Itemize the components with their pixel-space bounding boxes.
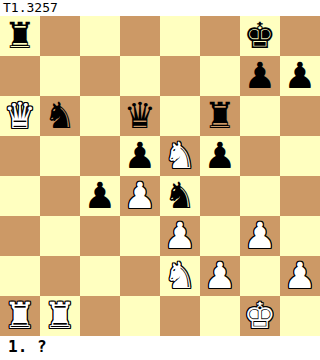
square-h1[interactable] — [280, 296, 320, 336]
square-c1[interactable] — [80, 296, 120, 336]
square-c4[interactable]: ♟ — [80, 176, 120, 216]
square-a7[interactable] — [0, 56, 40, 96]
square-g2[interactable] — [240, 256, 280, 296]
puzzle-title: T1.3257 — [0, 0, 320, 16]
square-f4[interactable] — [200, 176, 240, 216]
piece-white-rook: ♜ — [4, 296, 36, 336]
square-c2[interactable] — [80, 256, 120, 296]
move-prompt: 1. ? — [0, 336, 320, 360]
piece-white-king: ♚ — [244, 296, 276, 336]
square-e4[interactable]: ♞ — [160, 176, 200, 216]
piece-black-pawn: ♟ — [204, 136, 236, 176]
square-d1[interactable] — [120, 296, 160, 336]
square-g3[interactable]: ♟ — [240, 216, 280, 256]
square-h4[interactable] — [280, 176, 320, 216]
square-g7[interactable]: ♟ — [240, 56, 280, 96]
piece-white-pawn: ♟ — [124, 176, 156, 216]
piece-black-queen: ♛ — [124, 96, 156, 136]
square-d6[interactable]: ♛ — [120, 96, 160, 136]
piece-black-knight: ♞ — [44, 96, 76, 136]
square-a6[interactable]: ♛ — [0, 96, 40, 136]
square-f6[interactable]: ♜ — [200, 96, 240, 136]
square-g5[interactable] — [240, 136, 280, 176]
square-h8[interactable] — [280, 16, 320, 56]
square-a8[interactable]: ♜ — [0, 16, 40, 56]
square-f1[interactable] — [200, 296, 240, 336]
square-f2[interactable]: ♟ — [200, 256, 240, 296]
square-d2[interactable] — [120, 256, 160, 296]
square-d4[interactable]: ♟ — [120, 176, 160, 216]
square-g8[interactable]: ♚ — [240, 16, 280, 56]
square-e7[interactable] — [160, 56, 200, 96]
square-d8[interactable] — [120, 16, 160, 56]
square-e6[interactable] — [160, 96, 200, 136]
square-f5[interactable]: ♟ — [200, 136, 240, 176]
piece-white-queen: ♛ — [4, 96, 36, 136]
chess-puzzle-app: T1.3257 ♜♚♟♟♛♞♛♜♟♞♟♟♟♞♟♟♞♟♟♜♜♚ 1. ? — [0, 0, 320, 360]
square-e5[interactable]: ♞ — [160, 136, 200, 176]
square-a3[interactable] — [0, 216, 40, 256]
square-g4[interactable] — [240, 176, 280, 216]
piece-black-pawn: ♟ — [124, 136, 156, 176]
chess-board: ♜♚♟♟♛♞♛♜♟♞♟♟♟♞♟♟♞♟♟♜♜♚ — [0, 16, 320, 336]
square-g1[interactable]: ♚ — [240, 296, 280, 336]
piece-black-pawn: ♟ — [284, 56, 316, 96]
square-c7[interactable] — [80, 56, 120, 96]
piece-black-pawn: ♟ — [244, 56, 276, 96]
square-e8[interactable] — [160, 16, 200, 56]
square-d5[interactable]: ♟ — [120, 136, 160, 176]
piece-white-pawn: ♟ — [204, 256, 236, 296]
square-c5[interactable] — [80, 136, 120, 176]
square-h3[interactable] — [280, 216, 320, 256]
square-g6[interactable] — [240, 96, 280, 136]
piece-black-king: ♚ — [244, 16, 276, 56]
square-a1[interactable]: ♜ — [0, 296, 40, 336]
square-e1[interactable] — [160, 296, 200, 336]
piece-white-pawn: ♟ — [244, 216, 276, 256]
square-a4[interactable] — [0, 176, 40, 216]
piece-black-rook: ♜ — [4, 16, 36, 56]
square-b7[interactable] — [40, 56, 80, 96]
square-e3[interactable]: ♟ — [160, 216, 200, 256]
piece-black-knight: ♞ — [164, 176, 196, 216]
square-c3[interactable] — [80, 216, 120, 256]
square-h5[interactable] — [280, 136, 320, 176]
square-a5[interactable] — [0, 136, 40, 176]
square-f7[interactable] — [200, 56, 240, 96]
piece-black-pawn: ♟ — [84, 176, 116, 216]
square-e2[interactable]: ♞ — [160, 256, 200, 296]
piece-white-knight: ♞ — [164, 256, 196, 296]
square-c6[interactable] — [80, 96, 120, 136]
piece-white-pawn: ♟ — [164, 216, 196, 256]
square-h7[interactable]: ♟ — [280, 56, 320, 96]
square-b2[interactable] — [40, 256, 80, 296]
square-f3[interactable] — [200, 216, 240, 256]
square-b8[interactable] — [40, 16, 80, 56]
square-b4[interactable] — [40, 176, 80, 216]
square-f8[interactable] — [200, 16, 240, 56]
square-a2[interactable] — [0, 256, 40, 296]
square-h2[interactable]: ♟ — [280, 256, 320, 296]
piece-white-rook: ♜ — [44, 296, 76, 336]
square-d3[interactable] — [120, 216, 160, 256]
square-h6[interactable] — [280, 96, 320, 136]
square-b3[interactable] — [40, 216, 80, 256]
piece-white-pawn: ♟ — [284, 256, 316, 296]
piece-black-rook: ♜ — [204, 96, 236, 136]
square-b5[interactable] — [40, 136, 80, 176]
square-c8[interactable] — [80, 16, 120, 56]
square-b1[interactable]: ♜ — [40, 296, 80, 336]
square-b6[interactable]: ♞ — [40, 96, 80, 136]
piece-white-knight: ♞ — [164, 136, 196, 176]
square-d7[interactable] — [120, 56, 160, 96]
